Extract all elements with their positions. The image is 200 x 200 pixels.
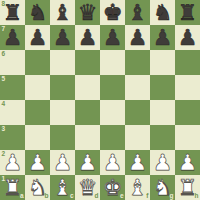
file-label-e: e <box>120 193 124 200</box>
square-h8[interactable]: ♜ <box>175 0 200 25</box>
piece-bp-h7[interactable]: ♟ <box>178 25 198 50</box>
square-g6[interactable] <box>150 50 175 75</box>
piece-bp-f7[interactable]: ♟ <box>128 25 148 50</box>
square-b5[interactable] <box>25 75 50 100</box>
square-g2[interactable]: ♟ <box>150 150 175 175</box>
square-f1[interactable]: f♝ <box>125 175 150 200</box>
piece-wp-d2[interactable]: ♟ <box>78 150 98 175</box>
piece-wp-e2[interactable]: ♟ <box>103 150 123 175</box>
piece-bp-c7[interactable]: ♟ <box>53 25 73 50</box>
square-d5[interactable] <box>75 75 100 100</box>
square-b2[interactable]: ♟ <box>25 150 50 175</box>
square-a1[interactable]: 1a♜ <box>0 175 25 200</box>
piece-bb-f8[interactable]: ♝ <box>128 0 148 25</box>
square-e5[interactable] <box>100 75 125 100</box>
square-h6[interactable] <box>175 50 200 75</box>
piece-wb-f1[interactable]: ♝ <box>128 175 148 200</box>
square-e1[interactable]: e♚ <box>100 175 125 200</box>
square-e3[interactable] <box>100 125 125 150</box>
rank-label-8: 8 <box>2 1 6 8</box>
square-b8[interactable]: ♞ <box>25 0 50 25</box>
square-f3[interactable] <box>125 125 150 150</box>
square-g5[interactable] <box>150 75 175 100</box>
rank-label-7: 7 <box>2 26 6 33</box>
square-h3[interactable] <box>175 125 200 150</box>
square-h4[interactable] <box>175 100 200 125</box>
rank-label-4: 4 <box>2 101 6 108</box>
file-label-g: g <box>170 193 174 200</box>
piece-br-a8[interactable]: ♜ <box>3 0 23 25</box>
piece-bp-b7[interactable]: ♟ <box>28 25 48 50</box>
square-f6[interactable] <box>125 50 150 75</box>
square-d7[interactable]: ♟ <box>75 25 100 50</box>
square-d6[interactable] <box>75 50 100 75</box>
square-a8[interactable]: 8♜ <box>0 0 25 25</box>
chess-board: 8♜♞♝♛♚♝♞♜7♟♟♟♟♟♟♟♟65432♟♟♟♟♟♟♟♟1a♜b♞c♝d♛… <box>0 0 200 200</box>
piece-bn-b8[interactable]: ♞ <box>28 0 48 25</box>
square-h5[interactable] <box>175 75 200 100</box>
square-f4[interactable] <box>125 100 150 125</box>
square-b7[interactable]: ♟ <box>25 25 50 50</box>
piece-bk-e8[interactable]: ♚ <box>103 0 123 25</box>
file-label-f: f <box>146 193 148 200</box>
piece-wp-b2[interactable]: ♟ <box>28 150 48 175</box>
square-e7[interactable]: ♟ <box>100 25 125 50</box>
square-c1[interactable]: c♝ <box>50 175 75 200</box>
square-h1[interactable]: h♜ <box>175 175 200 200</box>
piece-bp-e7[interactable]: ♟ <box>103 25 123 50</box>
square-e2[interactable]: ♟ <box>100 150 125 175</box>
rank-label-1: 1 <box>2 176 6 183</box>
file-label-b: b <box>45 193 49 200</box>
square-c2[interactable]: ♟ <box>50 150 75 175</box>
rank-label-6: 6 <box>2 51 6 58</box>
file-label-h: h <box>195 193 199 200</box>
square-f5[interactable] <box>125 75 150 100</box>
square-g7[interactable]: ♟ <box>150 25 175 50</box>
square-h2[interactable]: ♟ <box>175 150 200 175</box>
piece-bn-g8[interactable]: ♞ <box>153 0 173 25</box>
square-g1[interactable]: g♞ <box>150 175 175 200</box>
square-a4[interactable]: 4 <box>0 100 25 125</box>
square-g4[interactable] <box>150 100 175 125</box>
square-c8[interactable]: ♝ <box>50 0 75 25</box>
square-b4[interactable] <box>25 100 50 125</box>
square-e8[interactable]: ♚ <box>100 0 125 25</box>
square-b1[interactable]: b♞ <box>25 175 50 200</box>
square-a7[interactable]: 7♟ <box>0 25 25 50</box>
square-f8[interactable]: ♝ <box>125 0 150 25</box>
square-c6[interactable] <box>50 50 75 75</box>
piece-bb-c8[interactable]: ♝ <box>53 0 73 25</box>
square-c3[interactable] <box>50 125 75 150</box>
square-d3[interactable] <box>75 125 100 150</box>
square-c7[interactable]: ♟ <box>50 25 75 50</box>
piece-bq-d8[interactable]: ♛ <box>78 0 98 25</box>
square-g8[interactable]: ♞ <box>150 0 175 25</box>
file-label-a: a <box>20 193 24 200</box>
piece-wp-a2[interactable]: ♟ <box>3 150 23 175</box>
piece-wp-f2[interactable]: ♟ <box>128 150 148 175</box>
square-d2[interactable]: ♟ <box>75 150 100 175</box>
square-f7[interactable]: ♟ <box>125 25 150 50</box>
piece-br-h8[interactable]: ♜ <box>178 0 198 25</box>
square-c5[interactable] <box>50 75 75 100</box>
square-e6[interactable] <box>100 50 125 75</box>
square-g3[interactable] <box>150 125 175 150</box>
square-h7[interactable]: ♟ <box>175 25 200 50</box>
square-e4[interactable] <box>100 100 125 125</box>
square-d4[interactable] <box>75 100 100 125</box>
square-b6[interactable] <box>25 50 50 75</box>
file-label-d: d <box>95 193 99 200</box>
file-label-c: c <box>70 193 74 200</box>
square-d8[interactable]: ♛ <box>75 0 100 25</box>
rank-label-2: 2 <box>2 151 6 158</box>
square-a3[interactable]: 3 <box>0 125 25 150</box>
square-c4[interactable] <box>50 100 75 125</box>
square-a6[interactable]: 6 <box>0 50 25 75</box>
square-d1[interactable]: d♛ <box>75 175 100 200</box>
square-f2[interactable]: ♟ <box>125 150 150 175</box>
piece-wp-h2[interactable]: ♟ <box>178 150 198 175</box>
piece-bp-g7[interactable]: ♟ <box>153 25 173 50</box>
piece-bp-a7[interactable]: ♟ <box>3 25 23 50</box>
rank-label-3: 3 <box>2 126 6 133</box>
piece-wp-g2[interactable]: ♟ <box>153 150 173 175</box>
piece-bp-d7[interactable]: ♟ <box>78 25 98 50</box>
piece-wp-c2[interactable]: ♟ <box>53 150 73 175</box>
square-b3[interactable] <box>25 125 50 150</box>
rank-label-5: 5 <box>2 76 6 83</box>
square-a2[interactable]: 2♟ <box>0 150 25 175</box>
square-a5[interactable]: 5 <box>0 75 25 100</box>
